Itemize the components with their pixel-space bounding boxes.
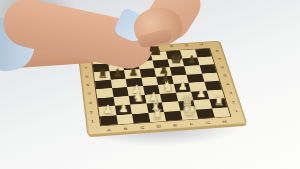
piece-white-pawn[interactable]: ♟ — [196, 88, 206, 99]
file-label-c: C — [134, 125, 151, 130]
square-h1[interactable] — [212, 107, 231, 117]
file-label-d: D — [150, 124, 167, 129]
file-label-e: E — [167, 123, 184, 128]
rank-label-6: 6 — [82, 72, 91, 81]
file-label-g: G — [200, 121, 217, 126]
rank-label-5: 5 — [220, 72, 231, 81]
square-f7[interactable]: ♚ — [167, 58, 184, 67]
piece-white-king[interactable]: ♚ — [183, 102, 198, 119]
file-label-a: A — [101, 128, 118, 133]
piece-black-pawn[interactable]: ♟ — [187, 55, 197, 66]
square-h4[interactable] — [204, 81, 222, 91]
square-e4[interactable]: ♞ — [158, 84, 175, 94]
rank-label-7: 7 — [81, 64, 90, 73]
piece-black-king[interactable]: ♚ — [170, 51, 184, 67]
square-h2[interactable]: ♜ — [209, 98, 227, 108]
square-c6[interactable]: ♟ — [124, 69, 141, 78]
square-g7[interactable]: ♟ — [182, 57, 199, 66]
square-c3[interactable]: ♞ — [129, 95, 146, 105]
square-b2[interactable]: ♟ — [114, 105, 132, 115]
chess-photo-scene: ABCDEFGH ABCDEFGH 87654321 87654321 ♛♝♚♟… — [0, 0, 300, 169]
file-label-h: H — [216, 120, 233, 125]
piece-white-rook[interactable]: ♜ — [214, 95, 225, 107]
piece-white-knight[interactable]: ♞ — [162, 79, 174, 92]
square-b6[interactable]: ♟ — [109, 70, 126, 79]
file-label-h: H — [194, 43, 210, 47]
square-d1[interactable]: ♜ — [148, 112, 166, 122]
piece-white-rook[interactable]: ♜ — [152, 108, 163, 121]
square-f1[interactable]: ♚ — [180, 109, 198, 119]
square-a1[interactable] — [100, 115, 118, 126]
piece-white-pawn[interactable]: ♟ — [103, 104, 113, 115]
file-label-g: G — [179, 44, 194, 48]
piece-white-pawn[interactable]: ♟ — [119, 102, 129, 113]
square-b5[interactable] — [110, 79, 127, 89]
piece-black-rook[interactable]: ♜ — [97, 68, 108, 80]
square-a6[interactable]: ♜ — [94, 71, 111, 80]
square-c1[interactable] — [132, 113, 150, 124]
piece-white-pawn[interactable]: ♟ — [178, 80, 188, 91]
square-a2[interactable]: ♟ — [99, 106, 116, 116]
rank-label-1: 1 — [231, 107, 242, 117]
file-label-b: B — [117, 127, 134, 132]
piece-white-knight[interactable]: ♞ — [132, 90, 144, 103]
file-label-f: F — [183, 122, 200, 127]
file-labels-front: ABCDEFGH — [101, 120, 234, 133]
square-h5[interactable] — [202, 72, 220, 81]
square-b1[interactable] — [116, 114, 134, 125]
rank-label-1: 1 — [88, 117, 98, 127]
piece-black-pawn[interactable]: ♟ — [113, 68, 123, 79]
